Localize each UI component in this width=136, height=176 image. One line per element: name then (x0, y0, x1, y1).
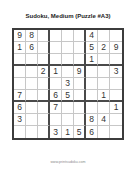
given-digit: 2 (41, 67, 46, 76)
cell-r5c4[interactable] (50, 78, 62, 90)
cell-r3c2[interactable] (26, 54, 38, 66)
cell-r7c8[interactable] (98, 102, 110, 114)
cell-r3c5[interactable] (62, 54, 74, 66)
given-digit: 9 (17, 31, 22, 40)
cell-r2c3[interactable] (38, 42, 50, 54)
cell-r9c7[interactable]: 6 (86, 126, 98, 138)
cell-r1c8[interactable] (98, 30, 110, 42)
cell-r1c4[interactable] (50, 30, 62, 42)
cell-r3c3[interactable] (38, 54, 50, 66)
cell-r7c2[interactable] (26, 102, 38, 114)
given-digit: 4 (89, 31, 94, 40)
given-digit: 5 (65, 91, 70, 100)
cell-r4c1[interactable] (14, 66, 26, 78)
cell-r9c9[interactable] (110, 126, 122, 138)
cell-r4c6[interactable]: 9 (74, 66, 86, 78)
cell-r5c7[interactable] (86, 78, 98, 90)
cell-r8c7[interactable]: 8 (86, 114, 98, 126)
cell-r6c7[interactable] (86, 90, 98, 102)
cell-r6c6[interactable] (74, 90, 86, 102)
cell-r9c5[interactable]: 1 (62, 126, 74, 138)
cell-r3c7[interactable]: 1 (86, 54, 98, 66)
cell-r7c1[interactable]: 6 (14, 102, 26, 114)
given-digit: 7 (17, 91, 22, 100)
cell-r7c5[interactable] (62, 102, 74, 114)
given-digit: 9 (114, 43, 119, 52)
cell-r6c5[interactable]: 5 (62, 90, 74, 102)
cell-r3c8[interactable] (98, 54, 110, 66)
cell-r9c1[interactable] (14, 126, 26, 138)
footer-url: www.printsudoku.com (19, 159, 117, 163)
given-digit: 1 (89, 55, 94, 64)
given-digit: 9 (77, 67, 82, 76)
cell-r5c2[interactable] (26, 78, 38, 90)
cell-r8c3[interactable] (38, 114, 50, 126)
given-digit: 1 (101, 91, 106, 100)
cell-r8c9[interactable] (110, 114, 122, 126)
given-digit: 5 (77, 128, 82, 137)
cell-r4c5[interactable] (62, 66, 74, 78)
cell-r9c6[interactable]: 5 (74, 126, 86, 138)
cell-r1c2[interactable]: 8 (26, 30, 38, 42)
cell-r4c9[interactable]: 3 (110, 66, 122, 78)
cell-r9c8[interactable] (98, 126, 110, 138)
given-digit: 7 (53, 103, 58, 112)
cell-r4c3[interactable]: 2 (38, 66, 50, 78)
given-digit: 3 (53, 128, 58, 137)
cell-r5c9[interactable] (110, 78, 122, 90)
sudoku-page: Sudoku, Medium (Puzzle #A3) 984165291219… (0, 0, 136, 176)
cell-r9c3[interactable] (38, 126, 50, 138)
cell-r4c4[interactable]: 1 (50, 66, 62, 78)
cell-r3c6[interactable] (74, 54, 86, 66)
cell-r1c1[interactable]: 9 (14, 30, 26, 42)
cell-r5c3[interactable] (38, 78, 50, 90)
cell-r3c4[interactable] (50, 54, 62, 66)
cell-r8c8[interactable]: 4 (98, 114, 110, 126)
cell-r2c7[interactable]: 5 (86, 42, 98, 54)
given-digit: 6 (17, 103, 22, 112)
cell-r7c6[interactable] (74, 102, 86, 114)
cell-r4c7[interactable] (86, 66, 98, 78)
cell-r8c5[interactable] (62, 114, 74, 126)
cell-r8c1[interactable]: 3 (14, 114, 26, 126)
cell-r2c5[interactable] (62, 42, 74, 54)
cell-r1c3[interactable] (38, 30, 50, 42)
cell-r8c4[interactable] (50, 114, 62, 126)
cell-r3c1[interactable] (14, 54, 26, 66)
given-digit: 1 (53, 67, 58, 76)
cell-r6c3[interactable] (38, 90, 50, 102)
given-digit: 6 (53, 91, 58, 100)
cell-r2c2[interactable]: 6 (26, 42, 38, 54)
given-digit: 6 (89, 128, 94, 137)
cell-r8c6[interactable] (74, 114, 86, 126)
cell-r2c8[interactable]: 2 (98, 42, 110, 54)
cell-r4c8[interactable] (98, 66, 110, 78)
given-digit: 1 (114, 103, 119, 112)
cell-r6c8[interactable]: 1 (98, 90, 110, 102)
cell-r2c4[interactable] (50, 42, 62, 54)
cell-r2c9[interactable]: 9 (110, 42, 122, 54)
given-digit: 5 (89, 43, 94, 52)
given-digit: 3 (17, 115, 22, 124)
puzzle-title: Sudoku, Medium (Puzzle #A3) (0, 13, 136, 19)
sudoku-board: 9841652912193376516713843156 (12, 28, 124, 140)
given-digit: 1 (65, 128, 70, 137)
cell-r6c2[interactable] (26, 90, 38, 102)
cell-r6c4[interactable]: 6 (50, 90, 62, 102)
given-digit: 3 (65, 79, 70, 88)
cell-r3c9[interactable] (110, 54, 122, 66)
cell-r1c9[interactable] (110, 30, 122, 42)
cell-r2c6[interactable] (74, 42, 86, 54)
cell-r1c7[interactable]: 4 (86, 30, 98, 42)
cell-r4c2[interactable] (26, 66, 38, 78)
given-digit: 1 (17, 43, 22, 52)
cell-r2c1[interactable]: 1 (14, 42, 26, 54)
cell-r5c6[interactable] (74, 78, 86, 90)
given-digit: 8 (89, 115, 94, 124)
given-digit: 4 (101, 115, 106, 124)
cell-r8c2[interactable] (26, 114, 38, 126)
cell-r5c1[interactable] (14, 78, 26, 90)
cell-r1c6[interactable] (74, 30, 86, 42)
given-digit: 6 (29, 43, 34, 52)
cell-r1c5[interactable] (62, 30, 74, 42)
cell-r7c3[interactable] (38, 102, 50, 114)
cell-r5c5[interactable]: 3 (62, 78, 74, 90)
cell-r6c1[interactable]: 7 (14, 90, 26, 102)
cell-r5c8[interactable] (98, 78, 110, 90)
cell-r9c4[interactable]: 3 (50, 126, 62, 138)
given-digit: 8 (29, 31, 34, 40)
cell-r7c7[interactable] (86, 102, 98, 114)
cell-r9c2[interactable] (26, 126, 38, 138)
cell-r6c9[interactable] (110, 90, 122, 102)
given-digit: 3 (114, 67, 119, 76)
cell-r7c4[interactable]: 7 (50, 102, 62, 114)
cell-r7c9[interactable]: 1 (110, 102, 122, 114)
given-digit: 2 (101, 43, 106, 52)
